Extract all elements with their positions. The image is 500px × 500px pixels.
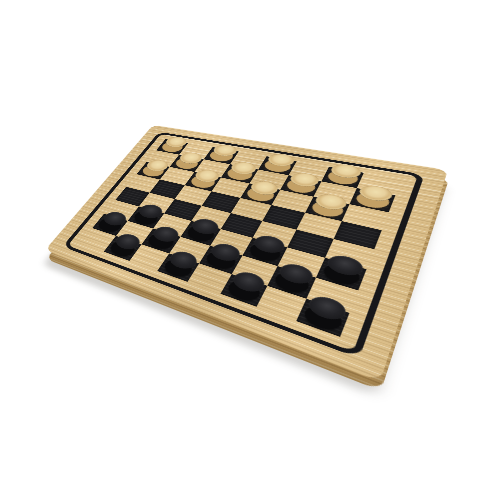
scene: ⛀⛀⛀⛀⛀⛀⛀⛀⛀⛀⛀⛀⛂⛂⛂⛂⛂⛂⛂⛂⛂⛂⛂⛂ xyxy=(0,0,500,500)
board-wrap: ⛀⛀⛀⛀⛀⛀⛀⛀⛀⛀⛀⛀⛂⛂⛂⛂⛂⛂⛂⛂⛂⛂⛂⛂ xyxy=(0,0,400,400)
